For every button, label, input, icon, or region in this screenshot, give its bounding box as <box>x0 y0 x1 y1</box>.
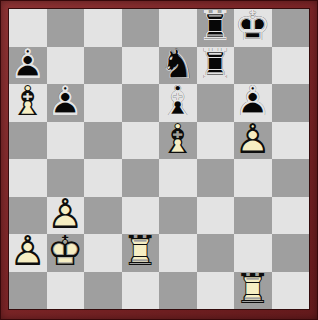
square-h4[interactable] <box>272 159 310 197</box>
king-outline-icon: ♔ <box>47 233 85 271</box>
square-a6[interactable]: ♝♗ <box>9 84 47 122</box>
white-king[interactable]: ♚♔ <box>47 234 85 272</box>
rook-outline-icon: ♖ <box>197 45 235 83</box>
king-outline-icon: ♔ <box>234 8 272 46</box>
square-b8[interactable] <box>47 9 85 47</box>
rook-outline-icon: ♖ <box>234 270 272 308</box>
square-d4[interactable] <box>122 159 160 197</box>
square-c5[interactable] <box>84 122 122 160</box>
square-a2[interactable]: ♟♙ <box>9 234 47 272</box>
square-f2[interactable] <box>197 234 235 272</box>
square-g1[interactable]: ♜♖ <box>234 272 272 310</box>
square-c2[interactable] <box>84 234 122 272</box>
square-h2[interactable] <box>272 234 310 272</box>
square-b1[interactable] <box>47 272 85 310</box>
black-pawn[interactable]: ♟♙ <box>47 84 85 122</box>
square-e4[interactable] <box>159 159 197 197</box>
square-c6[interactable] <box>84 84 122 122</box>
square-h8[interactable] <box>272 9 310 47</box>
bishop-outline-icon: ♗ <box>159 120 197 158</box>
square-d1[interactable] <box>122 272 160 310</box>
black-rook[interactable]: ♜♖ <box>197 47 235 85</box>
square-d7[interactable] <box>122 47 160 85</box>
square-d6[interactable] <box>122 84 160 122</box>
rook-outline-icon: ♖ <box>122 233 160 271</box>
bishop-outline-icon: ♗ <box>9 83 47 121</box>
chessboard: ♜♖♚♔♟♙♞♘♜♖♝♗♟♙♝♗♟♙♝♗♟♙♟♙♟♙♚♔♜♖♜♖ <box>9 9 309 309</box>
square-h5[interactable] <box>272 122 310 160</box>
square-h3[interactable] <box>272 197 310 235</box>
square-d5[interactable] <box>122 122 160 160</box>
square-h7[interactable] <box>272 47 310 85</box>
square-h6[interactable] <box>272 84 310 122</box>
square-e2[interactable] <box>159 234 197 272</box>
square-f5[interactable] <box>197 122 235 160</box>
square-d2[interactable]: ♜♖ <box>122 234 160 272</box>
pawn-outline-icon: ♙ <box>234 120 272 158</box>
square-b2[interactable]: ♚♔ <box>47 234 85 272</box>
square-e3[interactable] <box>159 197 197 235</box>
pawn-outline-icon: ♙ <box>47 83 85 121</box>
black-king[interactable]: ♚♔ <box>234 9 272 47</box>
square-g4[interactable] <box>234 159 272 197</box>
white-pawn[interactable]: ♟♙ <box>9 234 47 272</box>
square-h1[interactable] <box>272 272 310 310</box>
square-b5[interactable] <box>47 122 85 160</box>
square-c4[interactable] <box>84 159 122 197</box>
square-f7[interactable]: ♜♖ <box>197 47 235 85</box>
square-g3[interactable] <box>234 197 272 235</box>
white-rook[interactable]: ♜♖ <box>234 272 272 310</box>
square-e5[interactable]: ♝♗ <box>159 122 197 160</box>
square-c8[interactable] <box>84 9 122 47</box>
white-rook[interactable]: ♜♖ <box>122 234 160 272</box>
square-g5[interactable]: ♟♙ <box>234 122 272 160</box>
square-c7[interactable] <box>84 47 122 85</box>
square-b6[interactable]: ♟♙ <box>47 84 85 122</box>
white-bishop[interactable]: ♝♗ <box>159 122 197 160</box>
square-a1[interactable] <box>9 272 47 310</box>
square-a4[interactable] <box>9 159 47 197</box>
square-e1[interactable] <box>159 272 197 310</box>
white-pawn[interactable]: ♟♙ <box>234 122 272 160</box>
white-bishop[interactable]: ♝♗ <box>9 84 47 122</box>
square-a5[interactable] <box>9 122 47 160</box>
square-f3[interactable] <box>197 197 235 235</box>
square-g8[interactable]: ♚♔ <box>234 9 272 47</box>
square-f1[interactable] <box>197 272 235 310</box>
board-frame: ♜♖♚♔♟♙♞♘♜♖♝♗♟♙♝♗♟♙♝♗♟♙♟♙♟♙♚♔♜♖♜♖ <box>0 0 318 320</box>
square-c3[interactable] <box>84 197 122 235</box>
square-f6[interactable] <box>197 84 235 122</box>
square-f4[interactable] <box>197 159 235 197</box>
square-d8[interactable] <box>122 9 160 47</box>
pawn-outline-icon: ♙ <box>9 233 47 271</box>
square-c1[interactable] <box>84 272 122 310</box>
